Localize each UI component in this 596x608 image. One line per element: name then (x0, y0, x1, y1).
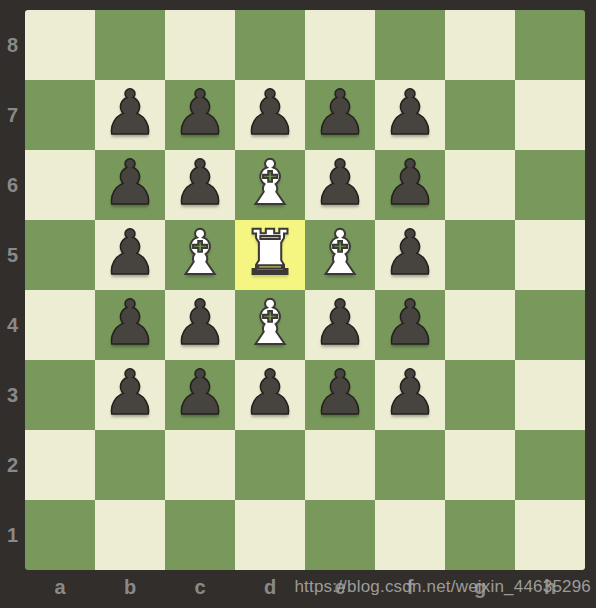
square-b1[interactable] (95, 500, 165, 570)
square-b7[interactable]: ♟ (95, 80, 165, 150)
square-a7[interactable] (25, 80, 95, 150)
square-d1[interactable] (235, 500, 305, 570)
square-g7[interactable] (445, 80, 515, 150)
square-d6[interactable]: ♝ (235, 150, 305, 220)
file-label-d: d (235, 570, 305, 604)
piece-black-pawn-c3[interactable]: ♟ (172, 358, 228, 428)
square-f1[interactable] (375, 500, 445, 570)
square-h8[interactable] (515, 10, 585, 80)
square-d5[interactable]: ♜ (235, 220, 305, 290)
square-a6[interactable] (25, 150, 95, 220)
square-d8[interactable] (235, 10, 305, 80)
piece-black-pawn-b3[interactable]: ♟ (102, 358, 158, 428)
piece-white-rook-d5[interactable]: ♜ (242, 218, 298, 288)
piece-black-pawn-f3[interactable]: ♟ (382, 358, 438, 428)
square-c3[interactable]: ♟ (165, 360, 235, 430)
square-b3[interactable]: ♟ (95, 360, 165, 430)
rank-label-4: 4 (0, 290, 25, 360)
rank-label-8: 8 (0, 10, 25, 80)
piece-white-bishop-d6[interactable]: ♝ (242, 148, 298, 218)
square-b8[interactable] (95, 10, 165, 80)
square-g3[interactable] (445, 360, 515, 430)
piece-black-pawn-d3[interactable]: ♟ (242, 358, 298, 428)
square-e2[interactable] (305, 430, 375, 500)
square-g2[interactable] (445, 430, 515, 500)
square-c7[interactable]: ♟ (165, 80, 235, 150)
piece-white-bishop-e5[interactable]: ♝ (312, 218, 368, 288)
square-e4[interactable]: ♟ (305, 290, 375, 360)
square-b5[interactable]: ♟ (95, 220, 165, 290)
piece-black-pawn-f5[interactable]: ♟ (382, 218, 438, 288)
square-e3[interactable]: ♟ (305, 360, 375, 430)
rank-label-7: 7 (0, 80, 25, 150)
square-h2[interactable] (515, 430, 585, 500)
square-h1[interactable] (515, 500, 585, 570)
piece-black-pawn-b4[interactable]: ♟ (102, 288, 158, 358)
piece-black-pawn-c7[interactable]: ♟ (172, 78, 228, 148)
rank-label-5: 5 (0, 220, 25, 290)
rank-label-6: 6 (0, 150, 25, 220)
file-labels: abcdefgh (25, 570, 585, 604)
square-g5[interactable] (445, 220, 515, 290)
file-label-h: h (515, 570, 585, 604)
piece-white-bishop-c5[interactable]: ♝ (172, 218, 228, 288)
piece-black-pawn-f7[interactable]: ♟ (382, 78, 438, 148)
piece-black-pawn-d7[interactable]: ♟ (242, 78, 298, 148)
square-a4[interactable] (25, 290, 95, 360)
square-c4[interactable]: ♟ (165, 290, 235, 360)
chess-board[interactable]: ♟♟♟♟♟♟♟♝♟♟♟♝♜♝♟♟♟♝♟♟♟♟♟♟♟ (25, 10, 585, 570)
square-c6[interactable]: ♟ (165, 150, 235, 220)
square-d4[interactable]: ♝ (235, 290, 305, 360)
piece-black-pawn-b5[interactable]: ♟ (102, 218, 158, 288)
square-h3[interactable] (515, 360, 585, 430)
piece-black-pawn-b6[interactable]: ♟ (102, 148, 158, 218)
piece-black-pawn-e6[interactable]: ♟ (312, 148, 368, 218)
piece-black-pawn-f6[interactable]: ♟ (382, 148, 438, 218)
file-label-b: b (95, 570, 165, 604)
square-e5[interactable]: ♝ (305, 220, 375, 290)
square-e6[interactable]: ♟ (305, 150, 375, 220)
square-a1[interactable] (25, 500, 95, 570)
file-label-f: f (375, 570, 445, 604)
square-h7[interactable] (515, 80, 585, 150)
rank-label-1: 1 (0, 500, 25, 570)
square-f6[interactable]: ♟ (375, 150, 445, 220)
square-d3[interactable]: ♟ (235, 360, 305, 430)
square-c1[interactable] (165, 500, 235, 570)
square-f8[interactable] (375, 10, 445, 80)
square-f2[interactable] (375, 430, 445, 500)
square-f3[interactable]: ♟ (375, 360, 445, 430)
square-h6[interactable] (515, 150, 585, 220)
square-e8[interactable] (305, 10, 375, 80)
square-g1[interactable] (445, 500, 515, 570)
file-label-g: g (445, 570, 515, 604)
piece-black-pawn-f4[interactable]: ♟ (382, 288, 438, 358)
square-a5[interactable] (25, 220, 95, 290)
chess-app-window: 87654321 ♟♟♟♟♟♟♟♝♟♟♟♝♜♝♟♟♟♝♟♟♟♟♟♟♟ abcde… (0, 0, 596, 608)
square-e7[interactable]: ♟ (305, 80, 375, 150)
piece-black-pawn-b7[interactable]: ♟ (102, 78, 158, 148)
square-b2[interactable] (95, 430, 165, 500)
square-g8[interactable] (445, 10, 515, 80)
square-a2[interactable] (25, 430, 95, 500)
square-a8[interactable] (25, 10, 95, 80)
square-b6[interactable]: ♟ (95, 150, 165, 220)
square-e1[interactable] (305, 500, 375, 570)
piece-black-pawn-e3[interactable]: ♟ (312, 358, 368, 428)
file-label-c: c (165, 570, 235, 604)
square-h5[interactable] (515, 220, 585, 290)
rank-label-3: 3 (0, 360, 25, 430)
square-d2[interactable] (235, 430, 305, 500)
square-a3[interactable] (25, 360, 95, 430)
square-d7[interactable]: ♟ (235, 80, 305, 150)
piece-black-pawn-c4[interactable]: ♟ (172, 288, 228, 358)
square-c2[interactable] (165, 430, 235, 500)
piece-black-pawn-e4[interactable]: ♟ (312, 288, 368, 358)
square-c8[interactable] (165, 10, 235, 80)
piece-black-pawn-e7[interactable]: ♟ (312, 78, 368, 148)
square-f7[interactable]: ♟ (375, 80, 445, 150)
piece-black-pawn-c6[interactable]: ♟ (172, 148, 228, 218)
rank-label-2: 2 (0, 430, 25, 500)
file-label-e: e (305, 570, 375, 604)
square-h4[interactable] (515, 290, 585, 360)
piece-white-bishop-d4[interactable]: ♝ (242, 288, 298, 358)
square-g4[interactable] (445, 290, 515, 360)
rank-labels: 87654321 (0, 10, 25, 570)
square-f5[interactable]: ♟ (375, 220, 445, 290)
square-g6[interactable] (445, 150, 515, 220)
square-b4[interactable]: ♟ (95, 290, 165, 360)
square-f4[interactable]: ♟ (375, 290, 445, 360)
square-c5[interactable]: ♝ (165, 220, 235, 290)
file-label-a: a (25, 570, 95, 604)
